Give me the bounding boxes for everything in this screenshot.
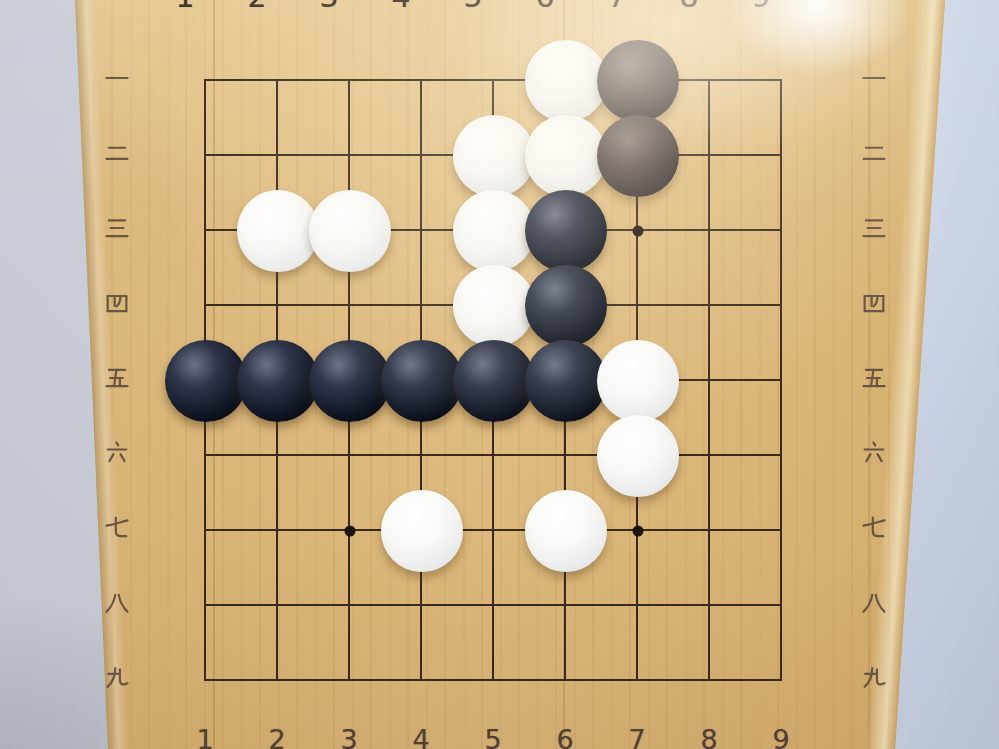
- black-stone-7-2: [597, 115, 679, 197]
- white-stone-7-6: [597, 415, 679, 497]
- column-label-top-7: 7: [607, 0, 626, 14]
- go-board[interactable]: 123456789123456789: [0, 0, 999, 749]
- white-stone-5-3: [453, 190, 535, 272]
- white-stone-6-7: [525, 490, 607, 572]
- column-label-bottom-5: 5: [484, 724, 501, 749]
- white-stone-7-5: [597, 340, 679, 422]
- column-label-top-3: 3: [319, 0, 338, 14]
- row-label-right-3: [860, 214, 888, 246]
- column-label-bottom-1: 1: [196, 724, 213, 749]
- row-label-right-2: [860, 139, 888, 171]
- white-stone-5-2: [453, 115, 535, 197]
- white-stone-2-3: [237, 190, 319, 272]
- star-point-3-7: [345, 526, 356, 537]
- row-label-left-3: [103, 214, 131, 246]
- column-label-top-9: 9: [751, 0, 770, 14]
- column-label-bottom-2: 2: [268, 724, 285, 749]
- black-stone-6-3: [525, 190, 607, 272]
- black-stone-3-5: [309, 340, 391, 422]
- column-label-bottom-7: 7: [628, 724, 645, 749]
- star-point-7-3: [633, 226, 644, 237]
- row-label-left-2: [103, 139, 131, 171]
- photo-of-monitor: 123456789123456789: [0, 0, 999, 749]
- column-label-bottom-6: 6: [556, 724, 573, 749]
- row-label-left-5: [103, 364, 131, 396]
- row-label-left-6: [103, 439, 131, 471]
- row-label-left-9: [103, 664, 131, 696]
- column-label-top-2: 2: [247, 0, 266, 14]
- star-point-7-7: [633, 526, 644, 537]
- row-label-right-6: [860, 439, 888, 471]
- column-label-top-6: 6: [535, 0, 554, 14]
- column-label-bottom-4: 4: [412, 724, 429, 749]
- row-label-right-8: [860, 589, 888, 621]
- white-stone-6-2: [525, 115, 607, 197]
- black-stone-6-5: [525, 340, 607, 422]
- column-label-top-5: 5: [463, 0, 482, 14]
- row-label-right-7: [860, 514, 888, 546]
- black-stone-5-5: [453, 340, 535, 422]
- black-stone-1-5: [165, 340, 247, 422]
- column-label-top-8: 8: [679, 0, 698, 14]
- black-stone-7-1: [597, 40, 679, 122]
- row-label-left-1: [103, 64, 131, 96]
- column-label-bottom-9: 9: [772, 724, 789, 749]
- column-label-bottom-3: 3: [340, 724, 357, 749]
- row-label-right-4: [860, 289, 888, 321]
- row-label-left-4: [103, 289, 131, 321]
- white-stone-3-3: [309, 190, 391, 272]
- row-label-left-8: [103, 589, 131, 621]
- black-stone-6-4: [525, 265, 607, 347]
- white-stone-6-1: [525, 40, 607, 122]
- column-label-bottom-8: 8: [700, 724, 717, 749]
- row-label-left-7: [103, 514, 131, 546]
- black-stone-4-5: [381, 340, 463, 422]
- column-label-top-4: 4: [391, 0, 410, 14]
- white-stone-5-4: [453, 265, 535, 347]
- row-label-right-1: [860, 64, 888, 96]
- white-stone-4-7: [381, 490, 463, 572]
- column-label-top-1: 1: [175, 0, 194, 14]
- row-label-right-9: [860, 664, 888, 696]
- row-label-right-5: [860, 364, 888, 396]
- black-stone-2-5: [237, 340, 319, 422]
